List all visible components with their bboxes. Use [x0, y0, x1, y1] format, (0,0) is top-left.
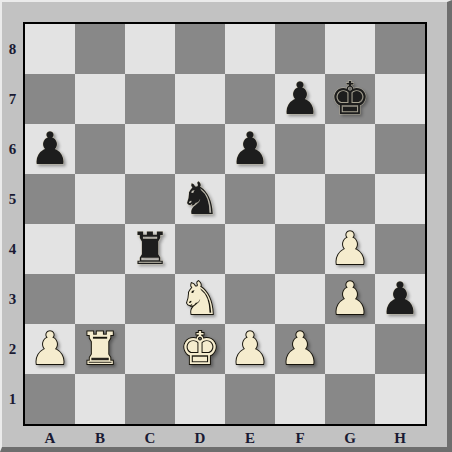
square-h2[interactable]	[375, 324, 425, 374]
square-g2[interactable]	[325, 324, 375, 374]
square-h4[interactable]	[375, 224, 425, 274]
square-h5[interactable]	[375, 174, 425, 224]
file-label-g: G	[325, 426, 375, 450]
piece-black-knight-d5[interactable]: ♞	[180, 174, 220, 224]
square-a5[interactable]	[25, 174, 75, 224]
square-f7[interactable]: ♟	[275, 74, 325, 124]
file-label-d: D	[175, 426, 225, 450]
square-h7[interactable]	[375, 74, 425, 124]
file-label-c: C	[125, 426, 175, 450]
square-a2[interactable]: ♟	[25, 324, 75, 374]
square-a1[interactable]	[25, 374, 75, 424]
square-b6[interactable]	[75, 124, 125, 174]
square-f3[interactable]	[275, 274, 325, 324]
square-e7[interactable]	[225, 74, 275, 124]
file-labels: ABCDEFGH	[25, 426, 425, 450]
square-b5[interactable]	[75, 174, 125, 224]
square-a6[interactable]: ♟	[25, 124, 75, 174]
square-e5[interactable]	[225, 174, 275, 224]
square-b2[interactable]: ♜	[75, 324, 125, 374]
square-e6[interactable]: ♟	[225, 124, 275, 174]
square-c6[interactable]	[125, 124, 175, 174]
square-a3[interactable]	[25, 274, 75, 324]
square-f4[interactable]	[275, 224, 325, 274]
square-h6[interactable]	[375, 124, 425, 174]
square-f2[interactable]: ♟	[275, 324, 325, 374]
file-label-e: E	[225, 426, 275, 450]
square-b4[interactable]	[75, 224, 125, 274]
square-e1[interactable]	[225, 374, 275, 424]
square-g4[interactable]: ♟	[325, 224, 375, 274]
square-h3[interactable]: ♟	[375, 274, 425, 324]
square-f1[interactable]	[275, 374, 325, 424]
square-f6[interactable]	[275, 124, 325, 174]
piece-black-rook-c4[interactable]: ♜	[130, 224, 170, 274]
square-h8[interactable]	[375, 24, 425, 74]
file-label-f: F	[275, 426, 325, 450]
square-g6[interactable]	[325, 124, 375, 174]
square-d7[interactable]	[175, 74, 225, 124]
square-a7[interactable]	[25, 74, 75, 124]
piece-white-pawn-g4[interactable]: ♟	[330, 224, 370, 274]
square-d4[interactable]	[175, 224, 225, 274]
square-f8[interactable]	[275, 24, 325, 74]
square-h1[interactable]	[375, 374, 425, 424]
chess-board-panel: 87654321 ♟♚♟♟♞♜♟♞♟♟♟♜♚♟♟ ABCDEFGH	[0, 0, 452, 452]
square-d5[interactable]: ♞	[175, 174, 225, 224]
piece-white-rook-b2[interactable]: ♜	[80, 324, 120, 374]
piece-black-pawn-e6[interactable]: ♟	[230, 124, 270, 174]
square-d8[interactable]	[175, 24, 225, 74]
square-e8[interactable]	[225, 24, 275, 74]
rank-label-5: 5	[2, 174, 23, 224]
square-g5[interactable]	[325, 174, 375, 224]
piece-black-pawn-h3[interactable]: ♟	[380, 274, 420, 324]
square-g1[interactable]	[325, 374, 375, 424]
file-label-a: A	[25, 426, 75, 450]
piece-black-pawn-a6[interactable]: ♟	[30, 124, 70, 174]
rank-label-2: 2	[2, 324, 23, 374]
square-c3[interactable]	[125, 274, 175, 324]
square-d2[interactable]: ♚	[175, 324, 225, 374]
rank-label-4: 4	[2, 224, 23, 274]
piece-black-pawn-f7[interactable]: ♟	[280, 74, 320, 124]
square-c5[interactable]	[125, 174, 175, 224]
square-a4[interactable]	[25, 224, 75, 274]
square-b7[interactable]	[75, 74, 125, 124]
rank-label-7: 7	[2, 74, 23, 124]
piece-black-king-g7[interactable]: ♚	[330, 74, 370, 124]
square-c1[interactable]	[125, 374, 175, 424]
square-c7[interactable]	[125, 74, 175, 124]
chess-board: ♟♚♟♟♞♜♟♞♟♟♟♜♚♟♟	[23, 22, 427, 426]
square-d1[interactable]	[175, 374, 225, 424]
rank-labels: 87654321	[2, 24, 23, 424]
square-d3[interactable]: ♞	[175, 274, 225, 324]
piece-white-knight-d3[interactable]: ♞	[180, 274, 220, 324]
rank-label-1: 1	[2, 374, 23, 424]
file-label-b: B	[75, 426, 125, 450]
square-g3[interactable]: ♟	[325, 274, 375, 324]
square-c4[interactable]: ♜	[125, 224, 175, 274]
piece-white-pawn-f2[interactable]: ♟	[280, 324, 320, 374]
piece-white-king-d2[interactable]: ♚	[180, 324, 220, 374]
rank-label-8: 8	[2, 24, 23, 74]
square-d6[interactable]	[175, 124, 225, 174]
square-g7[interactable]: ♚	[325, 74, 375, 124]
piece-white-pawn-g3[interactable]: ♟	[330, 274, 370, 324]
square-e2[interactable]: ♟	[225, 324, 275, 374]
square-b1[interactable]	[75, 374, 125, 424]
rank-label-3: 3	[2, 274, 23, 324]
square-f5[interactable]	[275, 174, 325, 224]
piece-white-pawn-a2[interactable]: ♟	[30, 324, 70, 374]
square-b3[interactable]	[75, 274, 125, 324]
rank-label-6: 6	[2, 124, 23, 174]
square-c2[interactable]	[125, 324, 175, 374]
square-e4[interactable]	[225, 224, 275, 274]
file-label-h: H	[375, 426, 425, 450]
square-c8[interactable]	[125, 24, 175, 74]
piece-white-pawn-e2[interactable]: ♟	[230, 324, 270, 374]
square-e3[interactable]	[225, 274, 275, 324]
square-a8[interactable]	[25, 24, 75, 74]
square-b8[interactable]	[75, 24, 125, 74]
square-g8[interactable]	[325, 24, 375, 74]
